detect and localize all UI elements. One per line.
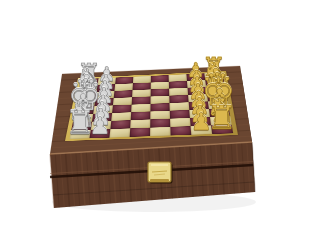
square-c1-r7	[89, 129, 110, 138]
clasp-lower-lip	[150, 179, 169, 182]
square-c6-r7	[191, 125, 213, 134]
board-squares	[70, 73, 234, 139]
square-c5-r7	[170, 126, 191, 135]
square-c2-r7	[109, 128, 130, 137]
chess-board	[65, 71, 238, 141]
square-c4-r7	[150, 127, 171, 136]
square-c3-r7	[130, 128, 150, 137]
square-c7-r7	[211, 125, 233, 134]
square-c0-r7	[70, 130, 91, 139]
chess-set-product-photo[interactable]: ♜♟♟♜♞♟♟♞♝♟♟♝♛♟♟♛♚♟♟♚♝♟♟♝♞♟♟♞♜♟♟♜	[40, 16, 268, 240]
